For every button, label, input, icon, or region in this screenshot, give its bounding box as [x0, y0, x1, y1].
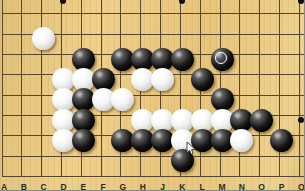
column-label-K: K [179, 183, 185, 191]
column-label-Q: Q [298, 183, 304, 191]
go-board[interactable]: ABCDEFGHJKLMNOPQ [0, 0, 304, 190]
column-label-G: G [120, 183, 127, 191]
stone-black-L6 [191, 68, 214, 91]
grid-line-col-O [259, 0, 260, 177]
stone-white-G5 [111, 88, 134, 111]
grid-line-col-Q [299, 0, 300, 177]
column-label-L: L [200, 183, 205, 191]
star-point-Q10 [298, 0, 304, 4]
star-point-D10 [60, 0, 66, 4]
column-label-F: F [100, 183, 105, 191]
column-label-D: D [60, 183, 66, 191]
stone-black-K7 [171, 48, 194, 71]
stone-white-N3 [230, 129, 253, 152]
column-label-E: E [80, 183, 86, 191]
grid-line-col-B [21, 0, 22, 177]
grid-line-row-2 [2, 156, 305, 157]
stone-black-K2 [171, 149, 194, 172]
column-label-P: P [279, 183, 285, 191]
star-point-K10 [179, 0, 185, 4]
column-label-H: H [140, 183, 146, 191]
star-point-Q4 [298, 117, 304, 123]
grid-line-row-1 [2, 176, 305, 177]
grid-line-row-9 [2, 13, 305, 14]
column-label-N: N [239, 183, 245, 191]
grid-line-row-5 [2, 95, 305, 96]
stone-black-E3 [72, 129, 95, 152]
stone-black-M5 [211, 88, 234, 111]
column-label-A: A [1, 183, 7, 191]
column-label-M: M [218, 183, 225, 191]
stone-black-P3 [270, 129, 293, 152]
stone-black-O4 [250, 109, 273, 132]
column-label-C: C [41, 183, 47, 191]
column-label-J: J [160, 183, 165, 191]
grid-line-col-A [2, 0, 3, 177]
stone-white-J6 [151, 68, 174, 91]
column-label-B: B [21, 183, 27, 191]
column-label-O: O [258, 183, 265, 191]
stone-white-C8 [32, 27, 55, 50]
